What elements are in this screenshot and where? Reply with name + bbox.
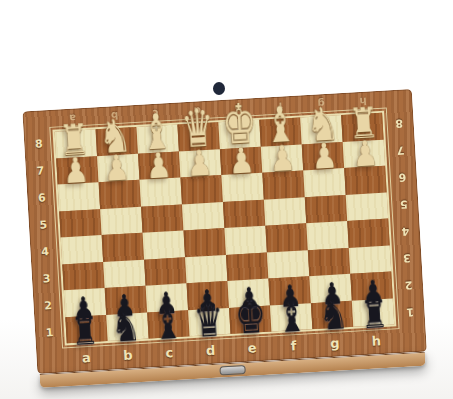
rank-label-left-1: 1 xyxy=(34,318,65,347)
rank-label-left-6: 6 xyxy=(27,184,58,213)
chess-board: abcdefgh 87654321 87654321 abcdefgh ♜♞♝♛… xyxy=(22,89,427,387)
board-frame: abcdefgh 87654321 87654321 abcdefgh ♜♞♝♛… xyxy=(22,89,426,374)
piece-black-knight-b1[interactable]: ♞ xyxy=(110,306,142,349)
photo-scene: abcdefgh 87654321 87654321 abcdefgh ♜♞♝♛… xyxy=(0,0,453,399)
piece-white-pawn-a7[interactable]: ♟ xyxy=(62,153,90,189)
piece-white-pawn-e7[interactable]: ♟ xyxy=(228,143,256,179)
piece-white-pawn-g7[interactable]: ♟ xyxy=(310,138,338,174)
rank-label-right-1: 1 xyxy=(395,298,426,327)
rank-label-right-4: 4 xyxy=(390,217,421,246)
piece-white-pawn-c7[interactable]: ♟ xyxy=(145,148,173,184)
piece-black-queen-d1[interactable]: ♛ xyxy=(193,295,225,344)
rank-label-right-3: 3 xyxy=(392,244,423,273)
piece-black-rook-h1[interactable]: ♜ xyxy=(360,295,389,335)
rank-label-left-5: 5 xyxy=(28,211,59,240)
rank-label-right-7: 7 xyxy=(385,136,416,165)
rank-label-right-2: 2 xyxy=(393,271,424,300)
piece-white-pawn-d7[interactable]: ♟ xyxy=(186,146,214,182)
piece-black-bishop-f1[interactable]: ♝ xyxy=(276,293,307,339)
latch-icon xyxy=(219,365,245,375)
rank-label-left-7: 7 xyxy=(25,157,56,186)
piece-white-pawn-f7[interactable]: ♟ xyxy=(269,141,297,177)
rank-label-right-6: 6 xyxy=(387,163,418,192)
piece-black-rook-a1[interactable]: ♜ xyxy=(70,311,99,351)
rank-label-left-3: 3 xyxy=(31,265,62,294)
piece-black-knight-g1[interactable]: ♞ xyxy=(318,294,350,337)
rank-label-left-2: 2 xyxy=(33,291,64,320)
rank-label-left-4: 4 xyxy=(30,238,61,267)
piece-black-bishop-c1[interactable]: ♝ xyxy=(152,301,183,347)
rank-label-right-8: 8 xyxy=(384,109,415,138)
piece-black-king-e1[interactable]: ♚ xyxy=(234,291,268,342)
piece-white-pawn-h7[interactable]: ♟ xyxy=(352,136,380,172)
pieces-layer: ♜♞♝♛♚♝♞♜♟♟♟♟♟♟♟♟♟♟♟♟♟♟♟♟♜♞♝♛♚♝♞♜ xyxy=(52,111,396,346)
rank-label-left-8: 8 xyxy=(24,130,55,159)
rank-label-right-5: 5 xyxy=(389,190,420,219)
piece-white-pawn-b7[interactable]: ♟ xyxy=(103,150,131,186)
